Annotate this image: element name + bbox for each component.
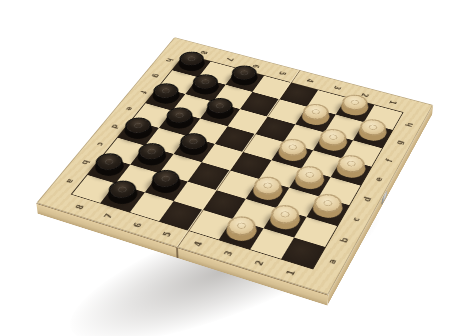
checker-black-g7[interactable]	[189, 79, 222, 99]
checker-black-c7[interactable]	[134, 148, 169, 170]
checker-black-b6[interactable]	[148, 175, 184, 198]
checker-black-e7[interactable]	[163, 113, 197, 134]
checker-black-d6[interactable]	[177, 138, 212, 160]
product-photo-scene: 88hh77gg66ff55ee44dd33cc22bb11aa	[0, 0, 450, 336]
checkers-board: 88hh77gg66ff55ee44dd33cc22bb11aa	[36, 37, 433, 295]
checker-white-b2[interactable]	[267, 210, 303, 235]
checker-black-d8[interactable]	[121, 122, 156, 143]
checker-white-h2[interactable]	[338, 100, 370, 121]
checker-black-h6[interactable]	[228, 71, 260, 90]
checker-white-a3[interactable]	[223, 221, 260, 246]
checker-white-c1[interactable]	[310, 199, 345, 223]
checker-white-d2[interactable]	[292, 171, 327, 194]
fold-seam-edge	[176, 248, 178, 259]
pieces-layer	[36, 37, 433, 295]
checker-white-e3[interactable]	[275, 144, 309, 166]
checker-black-h8[interactable]	[175, 57, 207, 76]
checker-white-g1[interactable]	[356, 124, 389, 145]
checker-black-f6[interactable]	[203, 103, 236, 124]
checker-white-f2[interactable]	[316, 134, 349, 156]
checker-black-f8[interactable]	[149, 88, 182, 108]
checker-white-g3[interactable]	[299, 109, 332, 130]
checker-white-c3[interactable]	[250, 181, 285, 205]
checker-black-b8[interactable]	[91, 158, 127, 181]
